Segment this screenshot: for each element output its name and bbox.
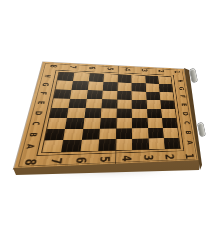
- file-label-left-F: F: [39, 92, 48, 95]
- rank-label-back-3: 3: [141, 69, 149, 72]
- square-c6: [83, 118, 101, 128]
- file-label-left-A: A: [25, 144, 36, 149]
- rank-label-front-1: 1: [184, 153, 196, 159]
- rank-label-front-3: 3: [143, 154, 155, 160]
- square-a2: [148, 138, 164, 149]
- square-d8: [49, 108, 68, 118]
- square-d4: [116, 109, 132, 119]
- rank-label-back-6: 6: [87, 66, 96, 69]
- square-e2: [146, 100, 161, 109]
- file-label-right-C: C: [183, 121, 190, 124]
- square-f3: [132, 91, 146, 100]
- file-label-right-A: A: [186, 141, 194, 145]
- rank-label-back-5: 5: [106, 67, 114, 70]
- square-a6: [80, 139, 99, 151]
- file-label-right-H: H: [177, 79, 184, 82]
- square-c7: [65, 118, 84, 129]
- square-d1: [161, 109, 176, 118]
- rank-label-front-8: 8: [22, 159, 38, 166]
- square-g6: [87, 82, 103, 91]
- rank-label-front-7: 7: [49, 158, 64, 165]
- file-label-right-D: D: [181, 112, 188, 116]
- file-label-left-C: C: [31, 121, 41, 125]
- square-b6: [81, 128, 99, 139]
- file-label-right-G: G: [178, 87, 185, 90]
- file-label-left-H: H: [43, 74, 52, 78]
- rank-label-back-1: 1: [173, 70, 180, 73]
- square-d7: [67, 108, 85, 118]
- square-g7: [72, 81, 89, 90]
- rank-label-back-8: 8: [49, 64, 59, 68]
- product-photo-scene: 8877665544332211HHGGFFEEDDCCBBAA: [0, 0, 220, 237]
- square-g8: [56, 80, 74, 89]
- square-a1: [164, 138, 180, 149]
- file-label-left-D: D: [34, 111, 44, 115]
- file-label-right-F: F: [179, 95, 186, 98]
- square-d6: [84, 108, 101, 118]
- square-a7: [61, 140, 81, 152]
- square-e3: [132, 100, 147, 109]
- file-label-right-B: B: [184, 131, 192, 135]
- square-d3: [132, 109, 147, 118]
- board: 8877665544332211HHGGFFEEDDCCBBAA: [14, 62, 200, 169]
- square-b4: [116, 128, 132, 139]
- square-b2: [148, 128, 164, 138]
- square-a3: [132, 138, 148, 149]
- square-e7: [69, 99, 87, 109]
- square-b7: [63, 129, 82, 140]
- square-f6: [86, 90, 102, 99]
- square-d2: [147, 109, 162, 118]
- square-c4: [116, 118, 132, 128]
- file-label-left-G: G: [41, 83, 50, 87]
- file-label-left-E: E: [36, 101, 45, 104]
- rank-label-front-4: 4: [121, 155, 134, 162]
- metal-clasp-icon: [190, 69, 198, 83]
- square-a8: [42, 140, 63, 152]
- rank-label-back-7: 7: [68, 65, 77, 68]
- rank-label-front-5: 5: [98, 156, 111, 163]
- square-f7: [70, 90, 87, 99]
- square-a5: [98, 139, 116, 151]
- square-f5: [102, 90, 117, 99]
- square-c1: [162, 118, 177, 128]
- square-c3: [132, 118, 148, 128]
- square-b3: [132, 128, 148, 139]
- metal-clasp-icon: [198, 123, 206, 137]
- square-e4: [117, 99, 132, 108]
- rank-label-front-6: 6: [74, 157, 88, 164]
- rank-label-back-4: 4: [124, 68, 132, 71]
- square-c8: [47, 118, 67, 129]
- square-c5: [100, 118, 117, 128]
- playing-grid: [41, 72, 181, 153]
- square-f1: [159, 92, 173, 101]
- square-e8: [52, 98, 71, 108]
- square-f8: [54, 89, 72, 98]
- square-c2: [147, 118, 163, 128]
- square-b8: [45, 129, 65, 141]
- square-f2: [146, 91, 160, 100]
- square-a4: [115, 139, 132, 151]
- square-d5: [100, 108, 116, 118]
- square-e1: [160, 100, 175, 109]
- file-label-left-B: B: [28, 132, 38, 136]
- square-b1: [163, 128, 179, 138]
- rank-label-back-2: 2: [157, 70, 164, 73]
- square-e5: [101, 99, 117, 108]
- square-e6: [85, 99, 102, 109]
- square-f4: [117, 91, 132, 100]
- square-b5: [99, 128, 116, 139]
- file-label-right-E: E: [180, 103, 187, 106]
- rank-label-front-2: 2: [164, 154, 176, 160]
